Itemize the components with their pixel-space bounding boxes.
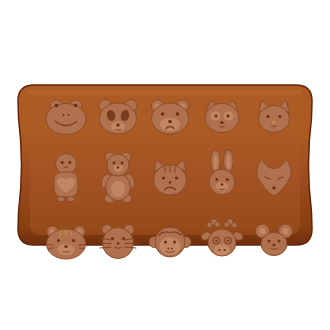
cavity-frog [40,87,92,149]
cavity-mouse [248,211,300,273]
raccoon-icon [196,87,248,149]
cavity-fox [248,149,300,211]
product-photo [0,0,330,330]
cavity-whiskered-cat [92,211,144,273]
mouse-icon [248,211,300,273]
cavity-raccoon [196,87,248,149]
cavity-teddy-bear [92,149,144,211]
cavity-cat [248,87,300,149]
cavity-bear [144,87,196,149]
monkey-icon [144,211,196,273]
cavity-deer [196,211,248,273]
cavity-tabby-cat [144,149,196,211]
cavity-duck-heart [40,149,92,211]
cavity-tiger [40,211,92,273]
cavity-panda [92,87,144,149]
cavity-rabbit [196,149,248,211]
rabbit-icon [196,149,248,211]
panda-icon [92,87,144,149]
bear-icon [144,87,196,149]
tiger-icon [40,211,92,273]
deer-icon [196,211,248,273]
cavity-monkey [144,211,196,273]
frog-icon [40,87,92,149]
fox-icon [248,149,300,211]
cat-icon [248,87,300,149]
whiskered-cat-icon [92,211,144,273]
tabby-cat-icon [144,149,196,211]
cavity-grid [40,87,298,244]
teddy-bear-icon [92,149,144,211]
duck-with-heart-icon [40,149,92,211]
